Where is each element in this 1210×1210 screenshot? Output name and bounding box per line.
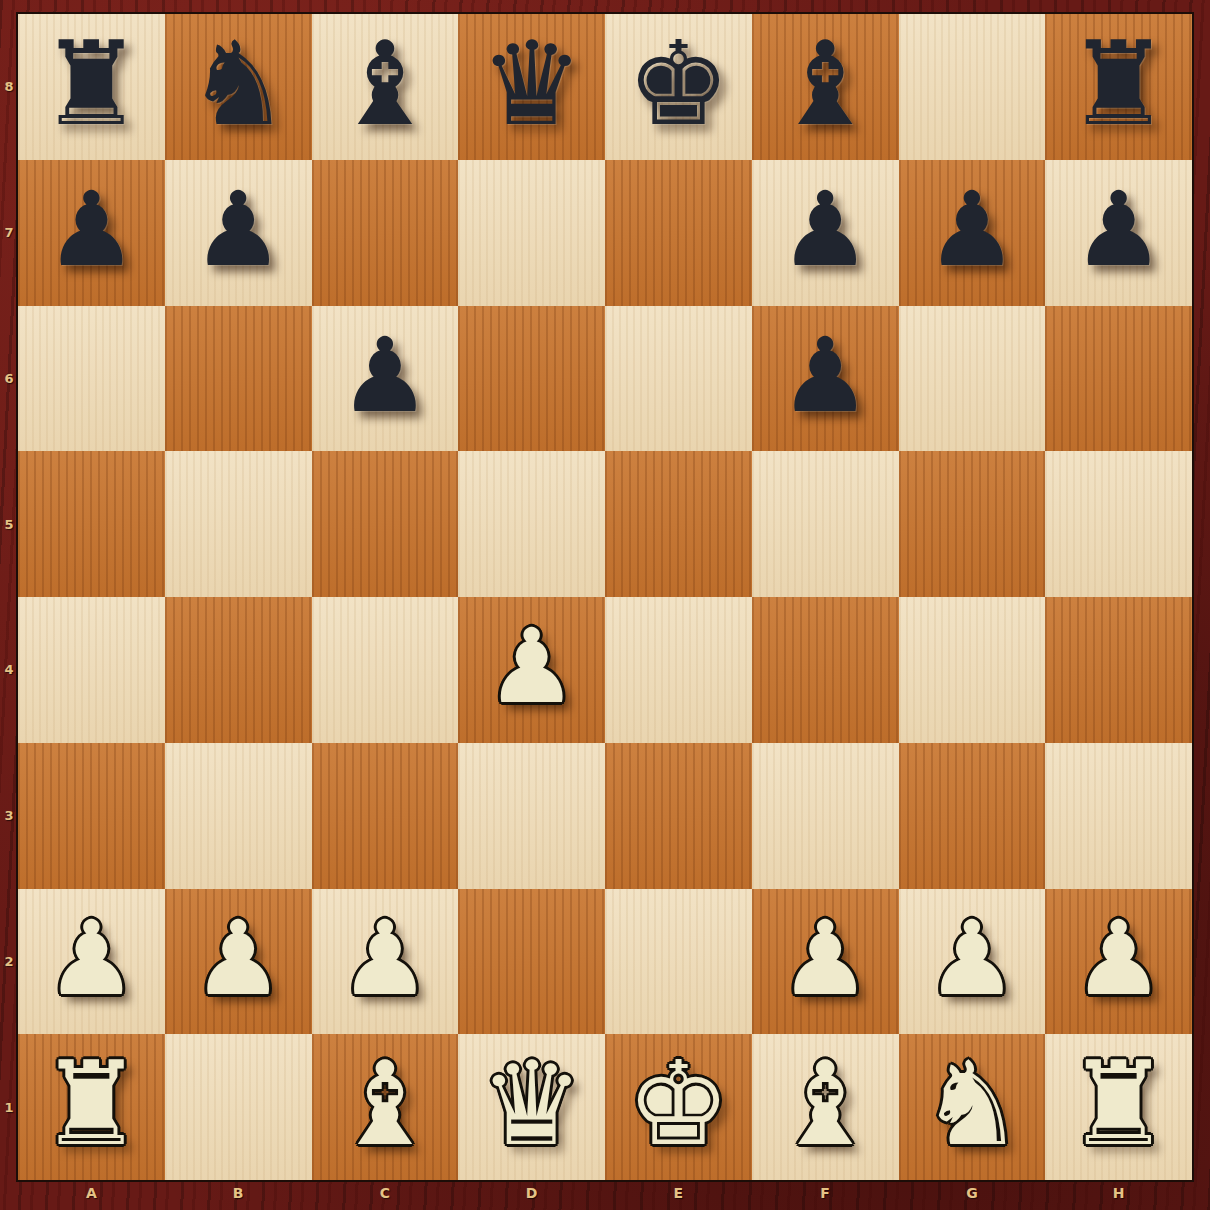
square-h6[interactable] — [1045, 306, 1192, 452]
square-c1[interactable]: ♝ — [312, 1034, 459, 1180]
black-rook-icon[interactable]: ♜ — [39, 26, 143, 142]
square-b7[interactable]: ♟ — [165, 160, 312, 306]
white-queen-icon[interactable]: ♛ — [480, 1046, 584, 1162]
square-d8[interactable]: ♛ — [458, 14, 605, 160]
black-queen-icon[interactable]: ♛ — [480, 26, 584, 142]
black-knight-icon[interactable]: ♞ — [186, 26, 290, 142]
square-c5[interactable] — [312, 451, 459, 597]
square-a8[interactable]: ♜ — [18, 14, 165, 160]
black-pawn-icon[interactable]: ♟ — [779, 324, 871, 427]
rank-label-7: 7 — [0, 160, 18, 306]
black-king-icon[interactable]: ♚ — [626, 26, 730, 142]
square-c4[interactable] — [312, 597, 459, 743]
white-rook-icon[interactable]: ♜ — [1067, 1046, 1171, 1162]
square-c2[interactable]: ♟ — [312, 889, 459, 1035]
white-bishop-icon[interactable]: ♝ — [773, 1046, 877, 1162]
black-pawn-icon[interactable]: ♟ — [192, 178, 284, 281]
square-b4[interactable] — [165, 597, 312, 743]
rank-labels: 87654321 — [0, 14, 18, 1180]
rank-label-1: 1 — [0, 1034, 18, 1180]
square-f7[interactable]: ♟ — [752, 160, 899, 306]
file-label-h: H — [1045, 1180, 1192, 1210]
black-pawn-icon[interactable]: ♟ — [45, 178, 137, 281]
white-pawn-icon[interactable]: ♟ — [192, 907, 284, 1010]
square-a3[interactable] — [18, 743, 165, 889]
white-pawn-icon[interactable]: ♟ — [45, 907, 137, 1010]
file-label-g: G — [899, 1180, 1046, 1210]
square-h7[interactable]: ♟ — [1045, 160, 1192, 306]
square-a4[interactable] — [18, 597, 165, 743]
square-f6[interactable]: ♟ — [752, 306, 899, 452]
square-g4[interactable] — [899, 597, 1046, 743]
black-pawn-icon[interactable]: ♟ — [1072, 178, 1164, 281]
white-pawn-icon[interactable]: ♟ — [779, 907, 871, 1010]
square-c3[interactable] — [312, 743, 459, 889]
white-pawn-icon[interactable]: ♟ — [485, 615, 577, 718]
rank-label-6: 6 — [0, 306, 18, 452]
square-g3[interactable] — [899, 743, 1046, 889]
chess-board: ♜♞♝♛♚♝♜♟♟♟♟♟♟♟♟♟♟♟♟♟♟♜♝♛♚♝♞♜ — [18, 14, 1192, 1180]
square-b2[interactable]: ♟ — [165, 889, 312, 1035]
square-f8[interactable]: ♝ — [752, 14, 899, 160]
file-label-a: A — [18, 1180, 165, 1210]
square-b1[interactable] — [165, 1034, 312, 1180]
square-d6[interactable] — [458, 306, 605, 452]
white-pawn-icon[interactable]: ♟ — [1072, 907, 1164, 1010]
square-e1[interactable]: ♚ — [605, 1034, 752, 1180]
square-h8[interactable]: ♜ — [1045, 14, 1192, 160]
square-a1[interactable]: ♜ — [18, 1034, 165, 1180]
file-label-f: F — [752, 1180, 899, 1210]
square-d1[interactable]: ♛ — [458, 1034, 605, 1180]
square-h4[interactable] — [1045, 597, 1192, 743]
square-d3[interactable] — [458, 743, 605, 889]
square-f1[interactable]: ♝ — [752, 1034, 899, 1180]
square-e6[interactable] — [605, 306, 752, 452]
black-bishop-icon[interactable]: ♝ — [773, 26, 877, 142]
square-d5[interactable] — [458, 451, 605, 597]
square-h5[interactable] — [1045, 451, 1192, 597]
black-rook-icon[interactable]: ♜ — [1067, 26, 1171, 142]
square-f4[interactable] — [752, 597, 899, 743]
white-rook-icon[interactable]: ♜ — [39, 1046, 143, 1162]
white-pawn-icon[interactable]: ♟ — [926, 907, 1018, 1010]
file-label-c: C — [312, 1180, 459, 1210]
black-pawn-icon[interactable]: ♟ — [779, 178, 871, 281]
square-c8[interactable]: ♝ — [312, 14, 459, 160]
square-b5[interactable] — [165, 451, 312, 597]
white-knight-icon[interactable]: ♞ — [920, 1046, 1024, 1162]
file-labels: ABCDEFGH — [18, 1180, 1192, 1210]
black-pawn-icon[interactable]: ♟ — [926, 178, 1018, 281]
square-f3[interactable] — [752, 743, 899, 889]
square-b6[interactable] — [165, 306, 312, 452]
square-a7[interactable]: ♟ — [18, 160, 165, 306]
square-g5[interactable] — [899, 451, 1046, 597]
black-pawn-icon[interactable]: ♟ — [339, 324, 431, 427]
square-a2[interactable]: ♟ — [18, 889, 165, 1035]
rank-label-5: 5 — [0, 451, 18, 597]
square-b8[interactable]: ♞ — [165, 14, 312, 160]
square-e3[interactable] — [605, 743, 752, 889]
square-e8[interactable]: ♚ — [605, 14, 752, 160]
square-b3[interactable] — [165, 743, 312, 889]
square-c7[interactable] — [312, 160, 459, 306]
square-d7[interactable] — [458, 160, 605, 306]
square-c6[interactable]: ♟ — [312, 306, 459, 452]
square-g7[interactable]: ♟ — [899, 160, 1046, 306]
rank-label-4: 4 — [0, 597, 18, 743]
rank-label-2: 2 — [0, 889, 18, 1035]
rank-label-8: 8 — [0, 14, 18, 160]
square-d2[interactable] — [458, 889, 605, 1035]
square-e4[interactable] — [605, 597, 752, 743]
square-f5[interactable] — [752, 451, 899, 597]
file-label-b: B — [165, 1180, 312, 1210]
file-label-d: D — [458, 1180, 605, 1210]
square-d4[interactable]: ♟ — [458, 597, 605, 743]
square-a5[interactable] — [18, 451, 165, 597]
square-e2[interactable] — [605, 889, 752, 1035]
rank-label-3: 3 — [0, 743, 18, 889]
square-g8[interactable] — [899, 14, 1046, 160]
white-pawn-icon[interactable]: ♟ — [339, 907, 431, 1010]
square-g6[interactable] — [899, 306, 1046, 452]
square-g2[interactable]: ♟ — [899, 889, 1046, 1035]
square-h3[interactable] — [1045, 743, 1192, 889]
black-bishop-icon[interactable]: ♝ — [333, 26, 437, 142]
file-label-e: E — [605, 1180, 752, 1210]
white-bishop-icon[interactable]: ♝ — [333, 1046, 437, 1162]
square-e5[interactable] — [605, 451, 752, 597]
board-frame: 87654321 ABCDEFGH ♜♞♝♛♚♝♜♟♟♟♟♟♟♟♟♟♟♟♟♟♟♜… — [0, 0, 1210, 1210]
white-king-icon[interactable]: ♚ — [626, 1046, 730, 1162]
square-g1[interactable]: ♞ — [899, 1034, 1046, 1180]
square-a6[interactable] — [18, 306, 165, 452]
square-h1[interactable]: ♜ — [1045, 1034, 1192, 1180]
square-h2[interactable]: ♟ — [1045, 889, 1192, 1035]
square-f2[interactable]: ♟ — [752, 889, 899, 1035]
square-e7[interactable] — [605, 160, 752, 306]
